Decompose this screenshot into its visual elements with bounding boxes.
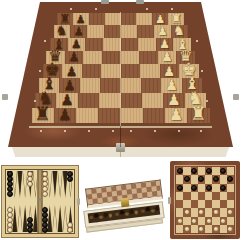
chess-square: ♟ (65, 51, 84, 65)
chess-square (85, 38, 103, 51)
checkers-square (191, 167, 198, 175)
chess-square: ♜ (187, 108, 209, 124)
inlay-dot-icon (95, 8, 97, 10)
chess-square (121, 78, 141, 93)
chess-piece-white-pawn: ♟ (163, 65, 175, 78)
checkers-square (198, 184, 205, 192)
chess-piece-white-pawn: ♟ (161, 51, 172, 64)
inlay-dot-icon (178, 130, 180, 132)
checkers-square (176, 217, 183, 225)
checkers-square (212, 184, 219, 192)
bar-pin-icon (39, 198, 42, 201)
backgammon-checker-stack (7, 207, 13, 232)
backgammon-point (68, 205, 73, 232)
checkers-square (205, 217, 212, 225)
checkers-man-dark (206, 185, 212, 191)
checkers-man-light (213, 209, 219, 215)
checkers-man-light (184, 226, 190, 232)
backgammon-point (7, 205, 12, 232)
chess-square (105, 13, 121, 25)
chess-piece-black-pawn: ♟ (66, 65, 78, 78)
checkers-man-light (198, 209, 204, 215)
inlay-dot-icon (196, 40, 198, 42)
chess-square (102, 51, 121, 65)
checkers-man-dark (191, 185, 197, 191)
inlay-dot-icon (201, 70, 203, 72)
inlay-dot-icon (206, 100, 208, 102)
chess-square: ♜ (32, 108, 54, 124)
backgammon-checker-stack (67, 171, 73, 181)
checkers-square (191, 208, 198, 216)
checkers-man-light (198, 226, 204, 232)
checkers-man-dark (177, 168, 183, 174)
chess-board-photo: ♜♟♟♜♞♟♟♞♝♟♟♝♛♟♟♛♚♟♟♚♝♟♟♝♞♟♟♞♜♟♟♜ (0, 0, 241, 160)
chess-square (89, 13, 105, 25)
clasp-icon (120, 198, 129, 208)
chess-square (143, 108, 165, 124)
checkers-man-dark (198, 176, 204, 182)
inlay-dot-icon (64, 130, 66, 132)
backgammon-checker-light (42, 191, 48, 197)
chess-square (104, 25, 121, 38)
chess-square (82, 64, 102, 78)
checkers-square (176, 225, 183, 233)
checkers-square (220, 217, 227, 225)
backgammon-checker-light (7, 227, 13, 233)
checkers-square (198, 192, 205, 200)
chess-square (121, 25, 138, 38)
chess-square (87, 25, 104, 38)
checkers-square (212, 192, 219, 200)
checkers-square (205, 208, 212, 216)
inlay-dot-icon (88, 130, 90, 132)
backgammon-checker-stack (7, 171, 13, 196)
storage-box-photo (84, 176, 168, 238)
checkers-square (227, 200, 234, 208)
backgammon-checker-dark (67, 176, 73, 182)
backgammon-checker-stack (42, 171, 48, 196)
chess-square (98, 108, 120, 124)
checkers-square (176, 192, 183, 200)
chess-square (140, 64, 160, 78)
checkers-square (212, 225, 219, 233)
chess-square (121, 38, 139, 51)
checkers-man-dark (206, 168, 212, 174)
inlay-dot-icon (146, 8, 148, 10)
chess-square (121, 51, 140, 65)
checkers-square (220, 200, 227, 208)
checkers-man-dark (191, 168, 197, 174)
chess-square (76, 108, 98, 124)
backgammon-checker-stack (67, 222, 73, 232)
checkers-square (198, 175, 205, 183)
chess-piece-black-rook: ♜ (34, 105, 51, 124)
checkers-square (198, 208, 205, 216)
backgammon-checker-light (27, 181, 33, 187)
chess-square (83, 51, 102, 65)
checkers-square (205, 225, 212, 233)
checkers-square (220, 225, 227, 233)
checkers-board (170, 161, 240, 239)
inlay-dot-icon (154, 130, 156, 132)
inlay-dot-icon (112, 130, 114, 132)
chess-square (121, 13, 137, 25)
chess-piece-black-pawn: ♟ (68, 51, 79, 64)
backgammon-checker-stack (27, 217, 33, 232)
checkers-square (191, 225, 198, 233)
checkers-square (176, 208, 183, 216)
checkers-square (220, 184, 227, 192)
hinge-icon (136, 0, 144, 4)
hinge-icon (101, 0, 109, 4)
chess-square (138, 38, 156, 51)
chess-square (121, 64, 141, 78)
checkers-man-light (227, 226, 233, 232)
backgammon-point (42, 171, 47, 198)
chess-square (78, 93, 99, 108)
chess-square: ♟ (160, 64, 180, 78)
chess-square (137, 25, 154, 38)
checkers-square (176, 184, 183, 192)
chess-square (141, 78, 161, 93)
chess-square: ♟ (62, 64, 82, 78)
checkers-man-dark (220, 185, 226, 191)
checkers-square (183, 175, 190, 183)
checkers-square (205, 192, 212, 200)
checkers-man-light (213, 226, 219, 232)
inlay-dot-icon (70, 8, 72, 10)
inlay-dot-icon (39, 70, 41, 72)
checkers-man-light (220, 218, 226, 224)
chess-square (142, 93, 163, 108)
inlay-dot-icon (171, 8, 173, 10)
checkers-square (176, 200, 183, 208)
checkers-grid (176, 167, 234, 233)
checkers-square (227, 208, 234, 216)
backgammon-field (5, 169, 75, 234)
checkers-square (205, 167, 212, 175)
backgammon-point (42, 205, 47, 232)
checkers-square (183, 167, 190, 175)
checkers-man-dark (177, 185, 183, 191)
checkers-square (191, 184, 198, 192)
checkers-square (191, 175, 198, 183)
chess-square (136, 13, 152, 25)
checkers-square (220, 208, 227, 216)
checkers-man-dark (220, 168, 226, 174)
board-fold-seam (120, 12, 121, 126)
checkers-square (212, 200, 219, 208)
backgammon-checker-stack (27, 171, 33, 186)
checkers-square (198, 225, 205, 233)
checkers-square (212, 217, 219, 225)
backgammon-checker-stack (42, 207, 48, 232)
chess-piece-black-pawn: ♟ (58, 107, 72, 123)
inlay-dot-icon (34, 100, 36, 102)
chess-square (121, 93, 142, 108)
checkers-square (227, 217, 234, 225)
checkers-man-dark (184, 176, 190, 182)
checkers-square (220, 192, 227, 200)
checkers-square (227, 175, 234, 183)
checkers-square (183, 184, 190, 192)
checkers-square (183, 225, 190, 233)
chess-square (80, 78, 100, 93)
checkers-square (183, 208, 190, 216)
checkers-square (176, 175, 183, 183)
chess-square (103, 38, 121, 51)
chess-square (101, 64, 121, 78)
backgammon-board (1, 165, 79, 238)
checkers-square (198, 167, 205, 175)
checkers-square (183, 200, 190, 208)
product-photo-canvas: ♜♟♟♜♞♟♟♞♝♟♟♝♛♟♟♛♚♟♟♚♝♟♟♝♞♟♟♞♜♟♟♜ (0, 0, 241, 240)
latch-icon (168, 197, 171, 204)
backgammon-checker-dark (27, 227, 33, 233)
backgammon-checker-light (67, 227, 73, 233)
checkers-square (205, 175, 212, 183)
checkers-man-light (227, 209, 233, 215)
inlay-dot-icon (44, 40, 46, 42)
chess-square (139, 51, 158, 65)
backgammon-checker-dark (7, 191, 13, 197)
checkers-man-light (184, 209, 190, 215)
chess-square (100, 78, 120, 93)
checkers-square (176, 167, 183, 175)
checkers-man-dark (227, 176, 233, 182)
checkers-square (212, 208, 219, 216)
latch-icon (77, 198, 80, 205)
chess-square: ♟ (54, 108, 76, 124)
inlay-dot-icon (130, 130, 132, 132)
chess-square: ♟ (165, 108, 187, 124)
inlay-dot-icon (40, 130, 42, 132)
checkers-square (220, 175, 227, 183)
checkers-square (227, 184, 234, 192)
checkers-square (191, 192, 198, 200)
backgammon-point (68, 171, 73, 198)
checkers-square (191, 217, 198, 225)
chess-square: ♟ (158, 51, 177, 65)
chess-piece-white-pawn: ♟ (169, 107, 183, 123)
board-fold-seam-front (120, 126, 121, 147)
checkers-square (191, 200, 198, 208)
chess-piece-white-rook: ♜ (190, 105, 207, 124)
checkers-square (212, 167, 219, 175)
checkers-square (183, 217, 190, 225)
checkers-man-light (191, 218, 197, 224)
checkers-square (220, 167, 227, 175)
checkers-square (205, 184, 212, 192)
backgammon-checker-dark (42, 227, 48, 233)
checkers-man-light (206, 218, 212, 224)
checkers-square (227, 167, 234, 175)
chess-square (99, 93, 120, 108)
checkers-square (198, 217, 205, 225)
checkers-square (183, 192, 190, 200)
chess-square (121, 108, 143, 124)
checkers-square (205, 200, 212, 208)
checkers-man-light (177, 218, 183, 224)
backgammon-point (7, 171, 12, 198)
checkers-square (212, 175, 219, 183)
checkers-square (198, 200, 205, 208)
checkers-man-dark (213, 176, 219, 182)
checkers-square (227, 192, 234, 200)
inlay-dot-icon (200, 130, 202, 132)
checkers-square (227, 225, 234, 233)
